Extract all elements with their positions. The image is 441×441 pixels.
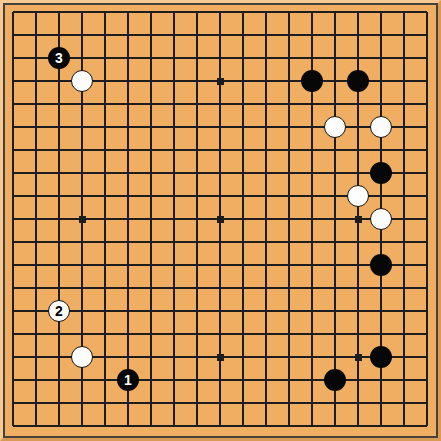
black-stone-Q16 [347, 70, 369, 92]
star-point [217, 354, 224, 361]
black-stone-R8 [370, 254, 392, 276]
star-point [355, 354, 362, 361]
white-stone-R14 [370, 116, 392, 138]
go-board[interactable]: 321 [0, 0, 441, 441]
star-point [217, 216, 224, 223]
white-stone-C6: 2 [48, 300, 70, 322]
white-stone-Q11 [347, 185, 369, 207]
black-stone-F3: 1 [117, 369, 139, 391]
white-stone-R10 [370, 208, 392, 230]
star-point [355, 216, 362, 223]
white-stone-P14 [324, 116, 346, 138]
move-number-label: 1 [124, 373, 132, 387]
star-point [217, 78, 224, 85]
white-stone-D16 [71, 70, 93, 92]
black-stone-R12 [370, 162, 392, 184]
black-stone-C17: 3 [48, 47, 70, 69]
black-stone-O16 [301, 70, 323, 92]
move-number-label: 2 [55, 304, 63, 318]
black-stone-R4 [370, 346, 392, 368]
star-point [79, 216, 86, 223]
black-stone-P3 [324, 369, 346, 391]
white-stone-D4 [71, 346, 93, 368]
move-number-label: 3 [55, 51, 63, 65]
